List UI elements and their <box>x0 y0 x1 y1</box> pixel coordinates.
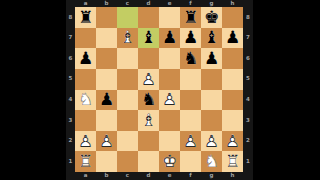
piece-black-bishop[interactable]: ♝ <box>141 29 156 46</box>
file-label-g: g <box>201 172 222 180</box>
rank-label-2: 2 <box>243 131 253 152</box>
piece-outline: ♗ <box>120 29 135 46</box>
piece-black-pawn[interactable]: ♟ <box>99 91 114 108</box>
square-e3[interactable] <box>159 110 180 131</box>
square-c6[interactable] <box>117 48 138 69</box>
file-label-f: f <box>180 172 201 180</box>
rank-label-6: 6 <box>66 48 75 69</box>
piece-outline: ♙ <box>204 133 219 150</box>
square-b3[interactable] <box>96 110 117 131</box>
file-label-a: a <box>75 0 96 7</box>
piece-outline: ♙ <box>162 91 177 108</box>
rank-labels-right: 87654321 <box>243 7 253 172</box>
square-e6[interactable] <box>159 48 180 69</box>
file-label-h: h <box>222 172 243 180</box>
square-c5[interactable] <box>117 69 138 90</box>
rank-label-8: 8 <box>66 7 75 28</box>
square-a1[interactable]: ♜♖ <box>75 151 96 172</box>
file-label-b: b <box>96 0 117 7</box>
square-a4[interactable]: ♞♘ <box>75 90 96 111</box>
rank-label-7: 7 <box>243 28 253 49</box>
square-f7[interactable]: ♟ <box>180 28 201 49</box>
square-e7[interactable]: ♟ <box>159 28 180 49</box>
piece-white-pawn[interactable]: ♟♙ <box>204 133 219 150</box>
square-d8[interactable] <box>138 7 159 28</box>
piece-outline: ♙ <box>183 133 198 150</box>
piece-black-rook[interactable]: ♜ <box>78 9 93 26</box>
rank-label-3: 3 <box>66 110 75 131</box>
rank-label-5: 5 <box>243 69 253 90</box>
square-e5[interactable] <box>159 69 180 90</box>
piece-black-rook[interactable]: ♜ <box>183 9 198 26</box>
square-h5[interactable] <box>222 69 243 90</box>
rank-labels-left: 87654321 <box>66 7 75 172</box>
piece-white-pawn[interactable]: ♟♙ <box>99 133 114 150</box>
square-g8[interactable]: ♚ <box>201 7 222 28</box>
square-d1[interactable] <box>138 151 159 172</box>
letterboxed-stage: abcdefgh 87654321 ♜♜♚♝♗♝♟♟♝♟♟♞♟♟♙♞♘♟♞♟♙♝… <box>0 0 320 180</box>
piece-black-pawn[interactable]: ♟ <box>225 29 240 46</box>
square-g6[interactable]: ♟ <box>201 48 222 69</box>
square-b8[interactable] <box>96 7 117 28</box>
file-labels-bottom: abcdefgh <box>75 172 243 180</box>
chess-board: abcdefgh 87654321 ♜♜♚♝♗♝♟♟♝♟♟♞♟♟♙♞♘♟♞♟♙♝… <box>66 0 253 180</box>
piece-black-pawn[interactable]: ♟ <box>183 29 198 46</box>
square-d2[interactable] <box>138 131 159 152</box>
file-labels-top: abcdefgh <box>75 0 243 7</box>
file-label-c: c <box>117 0 138 7</box>
file-label-d: d <box>138 0 159 7</box>
square-a2[interactable]: ♟♙ <box>75 131 96 152</box>
piece-white-pawn[interactable]: ♟♙ <box>162 91 177 108</box>
file-label-a: a <box>75 172 96 180</box>
square-e1[interactable]: ♚♔ <box>159 151 180 172</box>
square-b7[interactable] <box>96 28 117 49</box>
piece-outline: ♖ <box>78 153 93 170</box>
piece-white-knight[interactable]: ♞♘ <box>78 91 93 108</box>
square-c3[interactable] <box>117 110 138 131</box>
square-g7[interactable]: ♝ <box>201 28 222 49</box>
piece-white-pawn[interactable]: ♟♙ <box>141 71 156 88</box>
file-label-f: f <box>180 0 201 7</box>
square-b1[interactable] <box>96 151 117 172</box>
square-e8[interactable] <box>159 7 180 28</box>
rank-label-4: 4 <box>243 90 253 111</box>
piece-white-pawn[interactable]: ♟♙ <box>78 133 93 150</box>
rank-label-8: 8 <box>243 7 253 28</box>
square-d5[interactable]: ♟♙ <box>138 69 159 90</box>
rank-label-2: 2 <box>66 131 75 152</box>
file-label-c: c <box>117 172 138 180</box>
square-f5[interactable] <box>180 69 201 90</box>
piece-white-pawn[interactable]: ♟♙ <box>225 133 240 150</box>
piece-white-king[interactable]: ♚♔ <box>162 153 177 170</box>
square-c1[interactable] <box>117 151 138 172</box>
piece-outline: ♖ <box>225 153 240 170</box>
piece-outline: ♙ <box>141 71 156 88</box>
square-g5[interactable] <box>201 69 222 90</box>
square-b4[interactable]: ♟ <box>96 90 117 111</box>
piece-outline: ♙ <box>225 133 240 150</box>
piece-white-rook[interactable]: ♜♖ <box>225 153 240 170</box>
rank-label-1: 1 <box>66 151 75 172</box>
square-g1[interactable]: ♞♘ <box>201 151 222 172</box>
file-label-b: b <box>96 172 117 180</box>
square-g2[interactable]: ♟♙ <box>201 131 222 152</box>
square-a8[interactable]: ♜ <box>75 7 96 28</box>
square-f4[interactable] <box>180 90 201 111</box>
square-g3[interactable] <box>201 110 222 131</box>
square-a6[interactable]: ♟ <box>75 48 96 69</box>
square-f8[interactable]: ♜ <box>180 7 201 28</box>
piece-black-pawn[interactable]: ♟ <box>162 29 177 46</box>
piece-black-bishop[interactable]: ♝ <box>204 29 219 46</box>
piece-white-knight[interactable]: ♞♘ <box>204 153 219 170</box>
square-h6[interactable] <box>222 48 243 69</box>
square-e2[interactable] <box>159 131 180 152</box>
square-e4[interactable]: ♟♙ <box>159 90 180 111</box>
piece-outline: ♙ <box>78 133 93 150</box>
square-h8[interactable] <box>222 7 243 28</box>
file-label-h: h <box>222 0 243 7</box>
piece-white-rook[interactable]: ♜♖ <box>78 153 93 170</box>
piece-black-king[interactable]: ♚ <box>204 9 219 26</box>
square-c8[interactable] <box>117 7 138 28</box>
square-f2[interactable]: ♟♙ <box>180 131 201 152</box>
square-a3[interactable] <box>75 110 96 131</box>
square-h3[interactable] <box>222 110 243 131</box>
rank-label-7: 7 <box>66 28 75 49</box>
square-d7[interactable]: ♝ <box>138 28 159 49</box>
piece-black-pawn[interactable]: ♟ <box>78 50 93 67</box>
square-a5[interactable] <box>75 69 96 90</box>
square-f3[interactable] <box>180 110 201 131</box>
piece-outline: ♘ <box>204 153 219 170</box>
rank-label-3: 3 <box>243 110 253 131</box>
file-label-g: g <box>201 0 222 7</box>
square-b2[interactable]: ♟♙ <box>96 131 117 152</box>
piece-outline: ♘ <box>78 91 93 108</box>
piece-white-bishop[interactable]: ♝♗ <box>141 112 156 129</box>
square-d6[interactable] <box>138 48 159 69</box>
piece-black-pawn[interactable]: ♟ <box>204 50 219 67</box>
square-a7[interactable] <box>75 28 96 49</box>
square-h4[interactable] <box>222 90 243 111</box>
square-c7[interactable]: ♝♗ <box>117 28 138 49</box>
square-f1[interactable] <box>180 151 201 172</box>
file-label-d: d <box>138 172 159 180</box>
rank-label-5: 5 <box>66 69 75 90</box>
piece-black-knight[interactable]: ♞ <box>141 91 156 108</box>
square-g4[interactable] <box>201 90 222 111</box>
piece-outline: ♗ <box>141 112 156 129</box>
piece-white-pawn[interactable]: ♟♙ <box>183 133 198 150</box>
file-label-e: e <box>159 0 180 7</box>
piece-outline: ♔ <box>162 153 177 170</box>
square-h1[interactable]: ♜♖ <box>222 151 243 172</box>
square-h7[interactable]: ♟ <box>222 28 243 49</box>
square-d4[interactable]: ♞ <box>138 90 159 111</box>
square-b6[interactable] <box>96 48 117 69</box>
square-h2[interactable]: ♟♙ <box>222 131 243 152</box>
square-c2[interactable] <box>117 131 138 152</box>
rank-label-1: 1 <box>243 151 253 172</box>
rank-label-4: 4 <box>66 90 75 111</box>
square-c4[interactable] <box>117 90 138 111</box>
piece-black-knight[interactable]: ♞ <box>183 50 198 67</box>
piece-white-bishop[interactable]: ♝♗ <box>120 29 135 46</box>
piece-outline: ♙ <box>99 133 114 150</box>
rank-label-6: 6 <box>243 48 253 69</box>
square-d3[interactable]: ♝♗ <box>138 110 159 131</box>
board-squares: ♜♜♚♝♗♝♟♟♝♟♟♞♟♟♙♞♘♟♞♟♙♝♗♟♙♟♙♟♙♟♙♟♙♜♖♚♔♞♘♜… <box>75 7 243 172</box>
square-b5[interactable] <box>96 69 117 90</box>
square-f6[interactable]: ♞ <box>180 48 201 69</box>
file-label-e: e <box>159 172 180 180</box>
